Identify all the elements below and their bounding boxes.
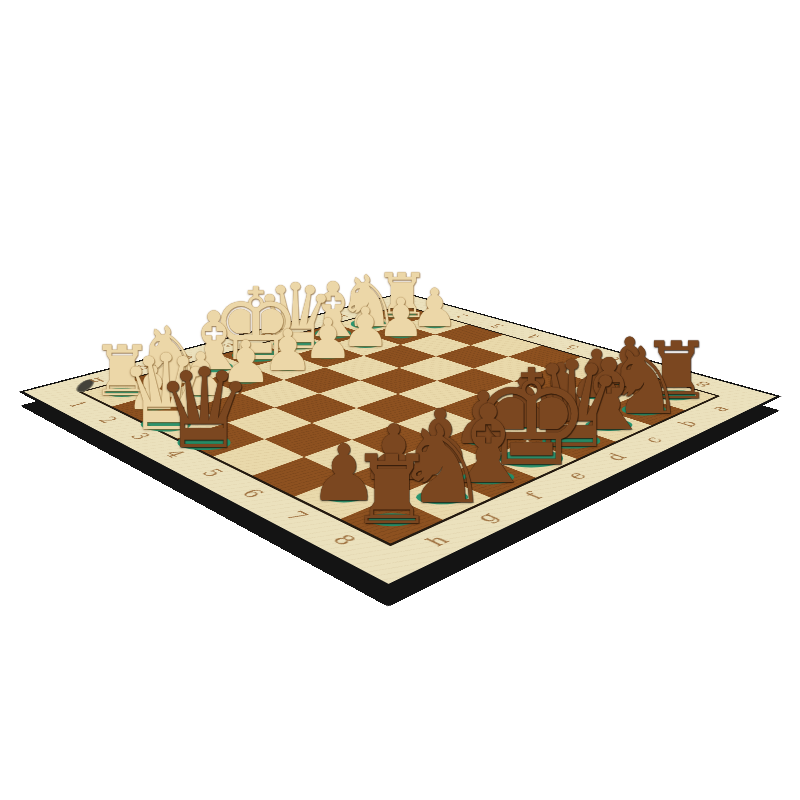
piece-glyph: ♜ (349, 443, 435, 538)
piece-glyph: ♛ (155, 354, 254, 464)
rank-label: 1 (63, 400, 92, 410)
rank-label: 6 (236, 487, 270, 501)
rank-label: 3 (486, 323, 508, 330)
chess-set-photo: 1234567812345678abcdefghabcdefgh ♜♞♟♝♟♛♟… (0, 0, 800, 800)
